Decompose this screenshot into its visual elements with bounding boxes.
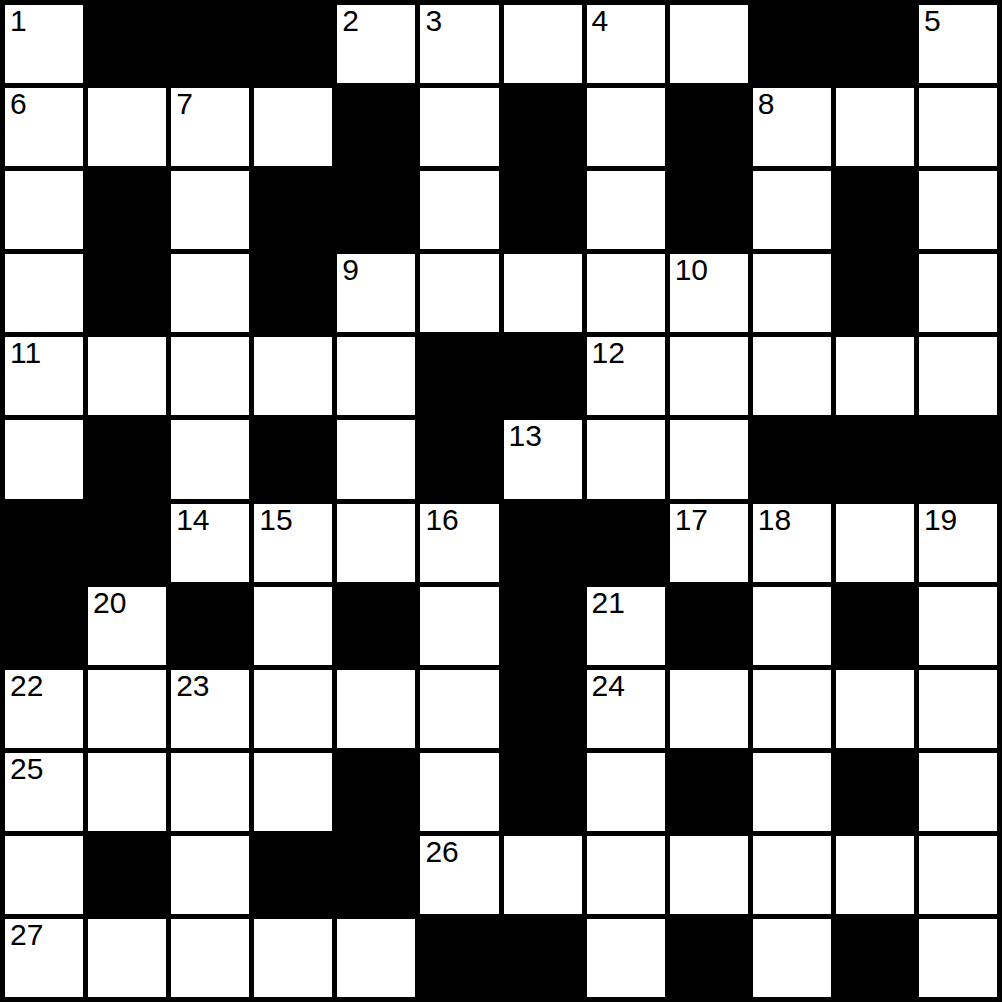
cell-r5c3[interactable] <box>171 337 249 415</box>
cell-r8c10[interactable] <box>753 587 831 665</box>
clue-number: 21 <box>592 588 625 618</box>
clue-number: 7 <box>176 89 193 119</box>
cell-r7c1 <box>5 504 83 582</box>
clue-number: 18 <box>758 505 791 535</box>
cell-r7c6[interactable]: 16 <box>420 504 498 582</box>
cell-r3c7 <box>504 171 582 249</box>
cell-r1c9[interactable] <box>670 5 748 83</box>
cell-r3c6[interactable] <box>420 171 498 249</box>
cell-r10c8[interactable] <box>587 753 665 831</box>
cell-r4c5[interactable]: 9 <box>337 254 415 332</box>
cell-r9c8[interactable]: 24 <box>587 670 665 748</box>
cell-r8c7 <box>504 587 582 665</box>
cell-r9c1[interactable]: 22 <box>5 670 83 748</box>
cell-r9c12[interactable] <box>919 670 997 748</box>
cell-r8c2[interactable]: 20 <box>88 587 166 665</box>
cell-r8c4[interactable] <box>254 587 332 665</box>
cell-r5c9[interactable] <box>670 337 748 415</box>
cell-r2c7 <box>504 88 582 166</box>
cell-r11c12[interactable] <box>919 836 997 914</box>
cell-r9c7 <box>504 670 582 748</box>
clue-number: 15 <box>259 505 292 535</box>
cell-r2c8[interactable] <box>587 88 665 166</box>
cell-r3c2 <box>88 171 166 249</box>
cell-r10c4[interactable] <box>254 753 332 831</box>
crossword-grid: 1234567891011121314151617181920212223242… <box>0 0 1002 1002</box>
cell-r10c3[interactable] <box>171 753 249 831</box>
cell-r2c6[interactable] <box>420 88 498 166</box>
cell-r11c4 <box>254 836 332 914</box>
cell-r9c5[interactable] <box>337 670 415 748</box>
cell-r3c10[interactable] <box>753 171 831 249</box>
cell-r4c7[interactable] <box>504 254 582 332</box>
cell-r6c12 <box>919 420 997 498</box>
cell-r7c5[interactable] <box>337 504 415 582</box>
cell-r4c6[interactable] <box>420 254 498 332</box>
cell-r7c11[interactable] <box>836 504 914 582</box>
clue-number: 25 <box>10 754 43 784</box>
cell-r7c12[interactable]: 19 <box>919 504 997 582</box>
clue-number: 8 <box>758 89 775 119</box>
cell-r11c11[interactable] <box>836 836 914 914</box>
cell-r6c8[interactable] <box>587 420 665 498</box>
cell-r8c12[interactable] <box>919 587 997 665</box>
cell-r5c8[interactable]: 12 <box>587 337 665 415</box>
cell-r3c4 <box>254 171 332 249</box>
cell-r12c7 <box>504 919 582 997</box>
clue-number: 2 <box>342 6 359 36</box>
cell-r7c7 <box>504 504 582 582</box>
clue-number: 20 <box>93 588 126 618</box>
cell-r1c2 <box>88 5 166 83</box>
cell-r5c6 <box>420 337 498 415</box>
cell-r11c10[interactable] <box>753 836 831 914</box>
cell-r3c3[interactable] <box>171 171 249 249</box>
cell-r6c4 <box>254 420 332 498</box>
cell-r9c6[interactable] <box>420 670 498 748</box>
cell-r10c7 <box>504 753 582 831</box>
cell-r2c3[interactable]: 7 <box>171 88 249 166</box>
cell-r8c9 <box>670 587 748 665</box>
cell-r5c4[interactable] <box>254 337 332 415</box>
clue-number: 13 <box>509 421 542 451</box>
cell-r3c8[interactable] <box>587 171 665 249</box>
cell-r7c4[interactable]: 15 <box>254 504 332 582</box>
cell-r5c11[interactable] <box>836 337 914 415</box>
cell-r2c2[interactable] <box>88 88 166 166</box>
clue-number: 14 <box>176 505 209 535</box>
cell-r5c10[interactable] <box>753 337 831 415</box>
cell-r9c2[interactable] <box>88 670 166 748</box>
cell-r8c8[interactable]: 21 <box>587 587 665 665</box>
cell-r1c1[interactable]: 1 <box>5 5 83 83</box>
cell-r7c8 <box>587 504 665 582</box>
cell-r3c11 <box>836 171 914 249</box>
cell-r6c9[interactable] <box>670 420 748 498</box>
cell-r2c4[interactable] <box>254 88 332 166</box>
clue-number: 10 <box>675 255 708 285</box>
cell-r12c4[interactable] <box>254 919 332 997</box>
clue-number: 16 <box>425 505 458 535</box>
clue-number: 22 <box>10 671 43 701</box>
cell-r8c1 <box>5 587 83 665</box>
cell-r1c7[interactable] <box>504 5 582 83</box>
cell-r1c5[interactable]: 2 <box>337 5 415 83</box>
clue-number: 4 <box>592 6 609 36</box>
cell-r4c9[interactable]: 10 <box>670 254 748 332</box>
cell-r1c10 <box>753 5 831 83</box>
cell-r2c5 <box>337 88 415 166</box>
cell-r12c5[interactable] <box>337 919 415 997</box>
cell-r8c5 <box>337 587 415 665</box>
cell-r2c12[interactable] <box>919 88 997 166</box>
cell-r1c4 <box>254 5 332 83</box>
cell-r4c10[interactable] <box>753 254 831 332</box>
cell-r1c3 <box>171 5 249 83</box>
cell-r5c12[interactable] <box>919 337 997 415</box>
cell-r7c9[interactable]: 17 <box>670 504 748 582</box>
cell-r7c2 <box>88 504 166 582</box>
cell-r6c6 <box>420 420 498 498</box>
cell-r6c10 <box>753 420 831 498</box>
cell-r3c9 <box>670 171 748 249</box>
cell-r10c12[interactable] <box>919 753 997 831</box>
cell-r2c10[interactable]: 8 <box>753 88 831 166</box>
cell-r12c12[interactable] <box>919 919 997 997</box>
cell-r11c8[interactable] <box>587 836 665 914</box>
cell-r11c7[interactable] <box>504 836 582 914</box>
cell-r12c2[interactable] <box>88 919 166 997</box>
cell-r2c11[interactable] <box>836 88 914 166</box>
clue-number: 24 <box>592 671 625 701</box>
cell-r12c10[interactable] <box>753 919 831 997</box>
cell-r12c9 <box>670 919 748 997</box>
cell-r8c11 <box>836 587 914 665</box>
cell-r6c11 <box>836 420 914 498</box>
cell-r3c12[interactable] <box>919 171 997 249</box>
cell-r9c11[interactable] <box>836 670 914 748</box>
clue-number: 5 <box>924 6 941 36</box>
cell-r10c10[interactable] <box>753 753 831 831</box>
cell-r11c6[interactable]: 26 <box>420 836 498 914</box>
clue-number: 11 <box>10 338 41 368</box>
cell-r12c3[interactable] <box>171 919 249 997</box>
cell-r10c9 <box>670 753 748 831</box>
clue-number: 6 <box>10 89 27 119</box>
cell-r6c2 <box>88 420 166 498</box>
cell-r7c10[interactable]: 18 <box>753 504 831 582</box>
cell-r4c3[interactable] <box>171 254 249 332</box>
cell-r4c11 <box>836 254 914 332</box>
cell-r12c6 <box>420 919 498 997</box>
cell-r4c12[interactable] <box>919 254 997 332</box>
cell-r2c1[interactable]: 6 <box>5 88 83 166</box>
cell-r8c3 <box>171 587 249 665</box>
cell-r10c5 <box>337 753 415 831</box>
clue-number: 12 <box>592 338 625 368</box>
cell-r10c1[interactable]: 25 <box>5 753 83 831</box>
cell-r4c1[interactable] <box>5 254 83 332</box>
cell-r5c7 <box>504 337 582 415</box>
cell-r4c8[interactable] <box>587 254 665 332</box>
cell-r10c11 <box>836 753 914 831</box>
cell-r7c3[interactable]: 14 <box>171 504 249 582</box>
cell-r1c6[interactable]: 3 <box>420 5 498 83</box>
cell-r9c10[interactable] <box>753 670 831 748</box>
cell-r12c8[interactable] <box>587 919 665 997</box>
cell-r8c6[interactable] <box>420 587 498 665</box>
cell-r11c5 <box>337 836 415 914</box>
cell-r6c7[interactable]: 13 <box>504 420 582 498</box>
cell-r5c5[interactable] <box>337 337 415 415</box>
cell-r5c2[interactable] <box>88 337 166 415</box>
cell-r3c1[interactable] <box>5 171 83 249</box>
cell-r9c4[interactable] <box>254 670 332 748</box>
cell-r9c9[interactable] <box>670 670 748 748</box>
cell-r5c1[interactable]: 11 <box>5 337 83 415</box>
clue-number: 9 <box>342 255 359 285</box>
clue-number: 3 <box>425 6 442 36</box>
cell-r4c4 <box>254 254 332 332</box>
cell-r11c1[interactable] <box>5 836 83 914</box>
cell-r6c5[interactable] <box>337 420 415 498</box>
cell-r6c1[interactable] <box>5 420 83 498</box>
cell-r1c12[interactable]: 5 <box>919 5 997 83</box>
cell-r3c5 <box>337 171 415 249</box>
clue-number: 17 <box>675 505 708 535</box>
clue-number: 1 <box>10 6 27 36</box>
cell-r10c6[interactable] <box>420 753 498 831</box>
cell-r12c11 <box>836 919 914 997</box>
cell-r1c11 <box>836 5 914 83</box>
cell-r11c3[interactable] <box>171 836 249 914</box>
cell-r11c9[interactable] <box>670 836 748 914</box>
cell-r2c9 <box>670 88 748 166</box>
cell-r10c2[interactable] <box>88 753 166 831</box>
cell-r1c8[interactable]: 4 <box>587 5 665 83</box>
clue-number: 27 <box>10 920 43 950</box>
clue-number: 26 <box>425 837 458 867</box>
cell-r11c2 <box>88 836 166 914</box>
cell-r9c3[interactable]: 23 <box>171 670 249 748</box>
clue-number: 19 <box>924 505 957 535</box>
cell-r6c3[interactable] <box>171 420 249 498</box>
cell-r4c2 <box>88 254 166 332</box>
cell-r12c1[interactable]: 27 <box>5 919 83 997</box>
clue-number: 23 <box>176 671 209 701</box>
